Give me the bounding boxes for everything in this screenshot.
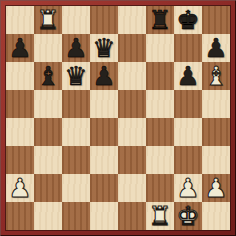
square-f5[interactable] [146,90,174,118]
piece-black-pawn[interactable]: ♟ [176,62,199,90]
square-g2[interactable]: ♟ [174,174,202,202]
square-e4[interactable] [118,118,146,146]
square-g5[interactable] [174,90,202,118]
square-d6[interactable]: ♟ [90,62,118,90]
square-f8[interactable]: ♜ [146,6,174,34]
square-c8[interactable] [62,6,90,34]
board-frame: ♜♜♚♟♟♛♟♝♛♟♟♝♟♟♟♜♚ [0,0,236,236]
piece-white-rook[interactable]: ♜ [36,6,59,34]
square-b2[interactable] [34,174,62,202]
square-h3[interactable] [202,146,230,174]
square-e8[interactable] [118,6,146,34]
square-d1[interactable] [90,202,118,230]
square-a3[interactable] [6,146,34,174]
square-f7[interactable] [146,34,174,62]
square-b3[interactable] [34,146,62,174]
square-h4[interactable] [202,118,230,146]
square-c5[interactable] [62,90,90,118]
square-g6[interactable]: ♟ [174,62,202,90]
square-h5[interactable] [202,90,230,118]
piece-black-pawn[interactable]: ♟ [204,34,227,62]
square-h1[interactable] [202,202,230,230]
square-d4[interactable] [90,118,118,146]
square-c2[interactable] [62,174,90,202]
square-e6[interactable] [118,62,146,90]
square-c1[interactable] [62,202,90,230]
square-f6[interactable] [146,62,174,90]
square-c4[interactable] [62,118,90,146]
square-c6[interactable]: ♛ [62,62,90,90]
square-f4[interactable] [146,118,174,146]
square-e7[interactable] [118,34,146,62]
square-h7[interactable]: ♟ [202,34,230,62]
square-b8[interactable]: ♜ [34,6,62,34]
square-h6[interactable]: ♝ [202,62,230,90]
piece-black-queen[interactable]: ♛ [92,34,115,62]
piece-black-king[interactable]: ♚ [176,6,199,34]
square-a5[interactable] [6,90,34,118]
square-e1[interactable] [118,202,146,230]
piece-black-pawn[interactable]: ♟ [8,34,31,62]
square-d7[interactable]: ♛ [90,34,118,62]
square-a8[interactable] [6,6,34,34]
piece-black-bishop[interactable]: ♝ [36,62,59,90]
chess-board[interactable]: ♜♜♚♟♟♛♟♝♛♟♟♝♟♟♟♜♚ [6,6,230,230]
square-d2[interactable] [90,174,118,202]
square-b4[interactable] [34,118,62,146]
square-g1[interactable]: ♚ [174,202,202,230]
square-d5[interactable] [90,90,118,118]
square-h8[interactable] [202,6,230,34]
square-d8[interactable] [90,6,118,34]
square-a2[interactable]: ♟ [6,174,34,202]
square-d3[interactable] [90,146,118,174]
piece-white-bishop[interactable]: ♝ [204,62,227,90]
piece-white-pawn[interactable]: ♟ [204,174,227,202]
square-b1[interactable] [34,202,62,230]
piece-black-rook[interactable]: ♜ [148,6,171,34]
square-h2[interactable]: ♟ [202,174,230,202]
square-b6[interactable]: ♝ [34,62,62,90]
piece-white-rook[interactable]: ♜ [148,202,171,230]
square-g7[interactable] [174,34,202,62]
piece-black-queen[interactable]: ♛ [64,62,87,90]
square-a4[interactable] [6,118,34,146]
square-b5[interactable] [34,90,62,118]
square-e5[interactable] [118,90,146,118]
piece-white-pawn[interactable]: ♟ [176,174,199,202]
square-c3[interactable] [62,146,90,174]
square-f1[interactable]: ♜ [146,202,174,230]
square-g4[interactable] [174,118,202,146]
piece-black-pawn[interactable]: ♟ [64,34,87,62]
piece-white-pawn[interactable]: ♟ [8,174,31,202]
square-a1[interactable] [6,202,34,230]
square-f3[interactable] [146,146,174,174]
square-a6[interactable] [6,62,34,90]
square-f2[interactable] [146,174,174,202]
square-e3[interactable] [118,146,146,174]
square-e2[interactable] [118,174,146,202]
piece-black-pawn[interactable]: ♟ [92,62,115,90]
square-g8[interactable]: ♚ [174,6,202,34]
piece-white-king[interactable]: ♚ [176,202,199,230]
square-a7[interactable]: ♟ [6,34,34,62]
square-c7[interactable]: ♟ [62,34,90,62]
square-g3[interactable] [174,146,202,174]
square-b7[interactable] [34,34,62,62]
